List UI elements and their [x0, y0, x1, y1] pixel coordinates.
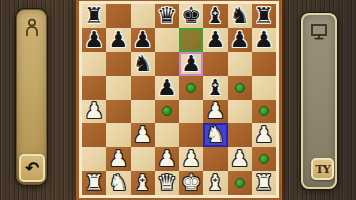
- square-c8[interactable]: [131, 4, 155, 28]
- square-f4[interactable]: ♟: [203, 100, 227, 124]
- square-a5[interactable]: [82, 76, 106, 100]
- legal-move-dot[interactable]: [259, 154, 269, 164]
- square-e3[interactable]: [179, 123, 203, 147]
- legal-move-dot[interactable]: [162, 106, 172, 116]
- square-h2[interactable]: [252, 147, 276, 171]
- legal-move-dot[interactable]: [259, 106, 269, 116]
- square-g5[interactable]: [228, 76, 252, 100]
- square-a8[interactable]: ♜: [82, 4, 106, 28]
- piece-black-king[interactable]: ♚: [181, 5, 201, 27]
- piece-white-pawn[interactable]: ♟: [206, 100, 226, 122]
- computer-panel: TY: [301, 13, 337, 189]
- square-a7[interactable]: ♟: [82, 28, 106, 52]
- square-b1[interactable]: ♞: [106, 171, 130, 195]
- piece-black-rook[interactable]: ♜: [84, 5, 104, 27]
- piece-white-pawn[interactable]: ♟: [109, 148, 129, 170]
- piece-black-pawn[interactable]: ♟: [84, 29, 104, 51]
- square-d3[interactable]: [155, 123, 179, 147]
- square-a4[interactable]: ♟: [82, 100, 106, 124]
- square-b8[interactable]: [106, 4, 130, 28]
- square-e8[interactable]: ♚: [179, 4, 203, 28]
- square-c4[interactable]: [131, 100, 155, 124]
- legal-move-dot[interactable]: [186, 83, 196, 93]
- piece-white-rook[interactable]: ♜: [254, 172, 274, 194]
- piece-white-pawn[interactable]: ♟: [181, 148, 201, 170]
- piece-black-pawn[interactable]: ♟: [181, 53, 201, 75]
- square-b5[interactable]: [106, 76, 130, 100]
- square-d5[interactable]: ♟: [155, 76, 179, 100]
- square-g2[interactable]: ♟: [228, 147, 252, 171]
- computer-icon: [310, 23, 328, 45]
- piece-white-knight[interactable]: ♞: [109, 172, 129, 194]
- piece-black-bishop[interactable]: ♝: [206, 77, 226, 99]
- square-h4[interactable]: [252, 100, 276, 124]
- piece-black-knight[interactable]: ♞: [230, 5, 250, 27]
- square-f7[interactable]: ♟: [203, 28, 227, 52]
- square-d4[interactable]: [155, 100, 179, 124]
- piece-black-pawn[interactable]: ♟: [206, 29, 226, 51]
- square-a2[interactable]: [82, 147, 106, 171]
- piece-black-rook[interactable]: ♜: [254, 5, 274, 27]
- square-d6[interactable]: [155, 52, 179, 76]
- square-g6[interactable]: [228, 52, 252, 76]
- piece-black-pawn[interactable]: ♟: [230, 29, 250, 51]
- square-d1[interactable]: ♛: [155, 171, 179, 195]
- chess-board: ♜♛♚♝♞♜♟♟♟♟♟♟♞♟♟♝♟♟♟♞♟♟♟♟♟♜♞♝♛♚♝♜: [82, 4, 276, 195]
- square-e1[interactable]: ♚: [179, 171, 203, 195]
- square-g8[interactable]: ♞: [228, 4, 252, 28]
- square-g7[interactable]: ♟: [228, 28, 252, 52]
- piece-white-king[interactable]: ♚: [181, 172, 201, 194]
- player-panel: ↶: [16, 9, 47, 185]
- undo-button[interactable]: ↶: [19, 154, 45, 182]
- square-b2[interactable]: ♟: [106, 147, 130, 171]
- square-c7[interactable]: ♟: [131, 28, 155, 52]
- square-g4[interactable]: [228, 100, 252, 124]
- square-c6[interactable]: ♞: [131, 52, 155, 76]
- piece-black-pawn[interactable]: ♟: [109, 29, 129, 51]
- tools-button[interactable]: TY: [311, 158, 334, 180]
- square-h6[interactable]: [252, 52, 276, 76]
- square-a6[interactable]: [82, 52, 106, 76]
- square-e2[interactable]: ♟: [179, 147, 203, 171]
- undo-icon: ↶: [25, 160, 39, 177]
- piece-black-pawn[interactable]: ♟: [157, 77, 177, 99]
- square-d7[interactable]: [155, 28, 179, 52]
- square-c3[interactable]: ♟: [131, 123, 155, 147]
- square-a1[interactable]: ♜: [82, 171, 106, 195]
- piece-white-pawn[interactable]: ♟: [157, 148, 177, 170]
- piece-white-pawn[interactable]: ♟: [254, 124, 274, 146]
- square-f2[interactable]: [203, 147, 227, 171]
- square-g3[interactable]: [228, 123, 252, 147]
- square-e7[interactable]: [179, 28, 203, 52]
- square-h8[interactable]: ♜: [252, 4, 276, 28]
- square-c5[interactable]: [131, 76, 155, 100]
- square-h1[interactable]: ♜: [252, 171, 276, 195]
- legal-move-dot[interactable]: [235, 83, 245, 93]
- piece-black-pawn[interactable]: ♟: [254, 29, 274, 51]
- player-icon: [24, 18, 40, 41]
- legal-move-dot[interactable]: [235, 178, 245, 188]
- square-b3[interactable]: [106, 123, 130, 147]
- square-f1[interactable]: ♝: [203, 171, 227, 195]
- board-frame: ♜♛♚♝♞♜♟♟♟♟♟♟♞♟♟♝♟♟♟♞♟♟♟♟♟♜♞♝♛♚♝♜: [79, 1, 279, 198]
- tools-icon: TY: [315, 164, 329, 175]
- square-h7[interactable]: ♟: [252, 28, 276, 52]
- piece-black-knight[interactable]: ♞: [133, 53, 153, 75]
- square-a3[interactable]: [82, 123, 106, 147]
- square-e5[interactable]: [179, 76, 203, 100]
- square-b4[interactable]: [106, 100, 130, 124]
- square-b7[interactable]: ♟: [106, 28, 130, 52]
- piece-black-bishop[interactable]: ♝: [206, 5, 226, 27]
- square-c2[interactable]: [131, 147, 155, 171]
- square-f3[interactable]: ♞: [203, 123, 227, 147]
- piece-white-bishop[interactable]: ♝: [133, 172, 153, 194]
- square-d2[interactable]: ♟: [155, 147, 179, 171]
- square-f8[interactable]: ♝: [203, 4, 227, 28]
- piece-black-queen[interactable]: ♛: [157, 5, 177, 27]
- square-b6[interactable]: [106, 52, 130, 76]
- square-f6[interactable]: [203, 52, 227, 76]
- piece-white-knight[interactable]: ♞: [206, 124, 226, 146]
- piece-white-rook[interactable]: ♜: [84, 172, 104, 194]
- piece-white-pawn[interactable]: ♟: [84, 100, 104, 122]
- piece-black-pawn[interactable]: ♟: [133, 29, 153, 51]
- square-g1[interactable]: [228, 171, 252, 195]
- square-h5[interactable]: [252, 76, 276, 100]
- square-c1[interactable]: ♝: [131, 171, 155, 195]
- square-d8[interactable]: ♛: [155, 4, 179, 28]
- piece-white-pawn[interactable]: ♟: [133, 124, 153, 146]
- square-e4[interactable]: [179, 100, 203, 124]
- piece-white-pawn[interactable]: ♟: [230, 148, 250, 170]
- piece-white-queen[interactable]: ♛: [157, 172, 177, 194]
- chess-app: ↶ ♜♛♚♝♞♜♟♟♟♟♟♟♞♟♟♝♟♟♟♞♟♟♟♟♟♜♞♝♛♚♝♜ TY: [0, 0, 356, 200]
- square-h3[interactable]: ♟: [252, 123, 276, 147]
- piece-white-bishop[interactable]: ♝: [206, 172, 226, 194]
- square-e6[interactable]: ♟: [179, 52, 203, 76]
- square-f5[interactable]: ♝: [203, 76, 227, 100]
